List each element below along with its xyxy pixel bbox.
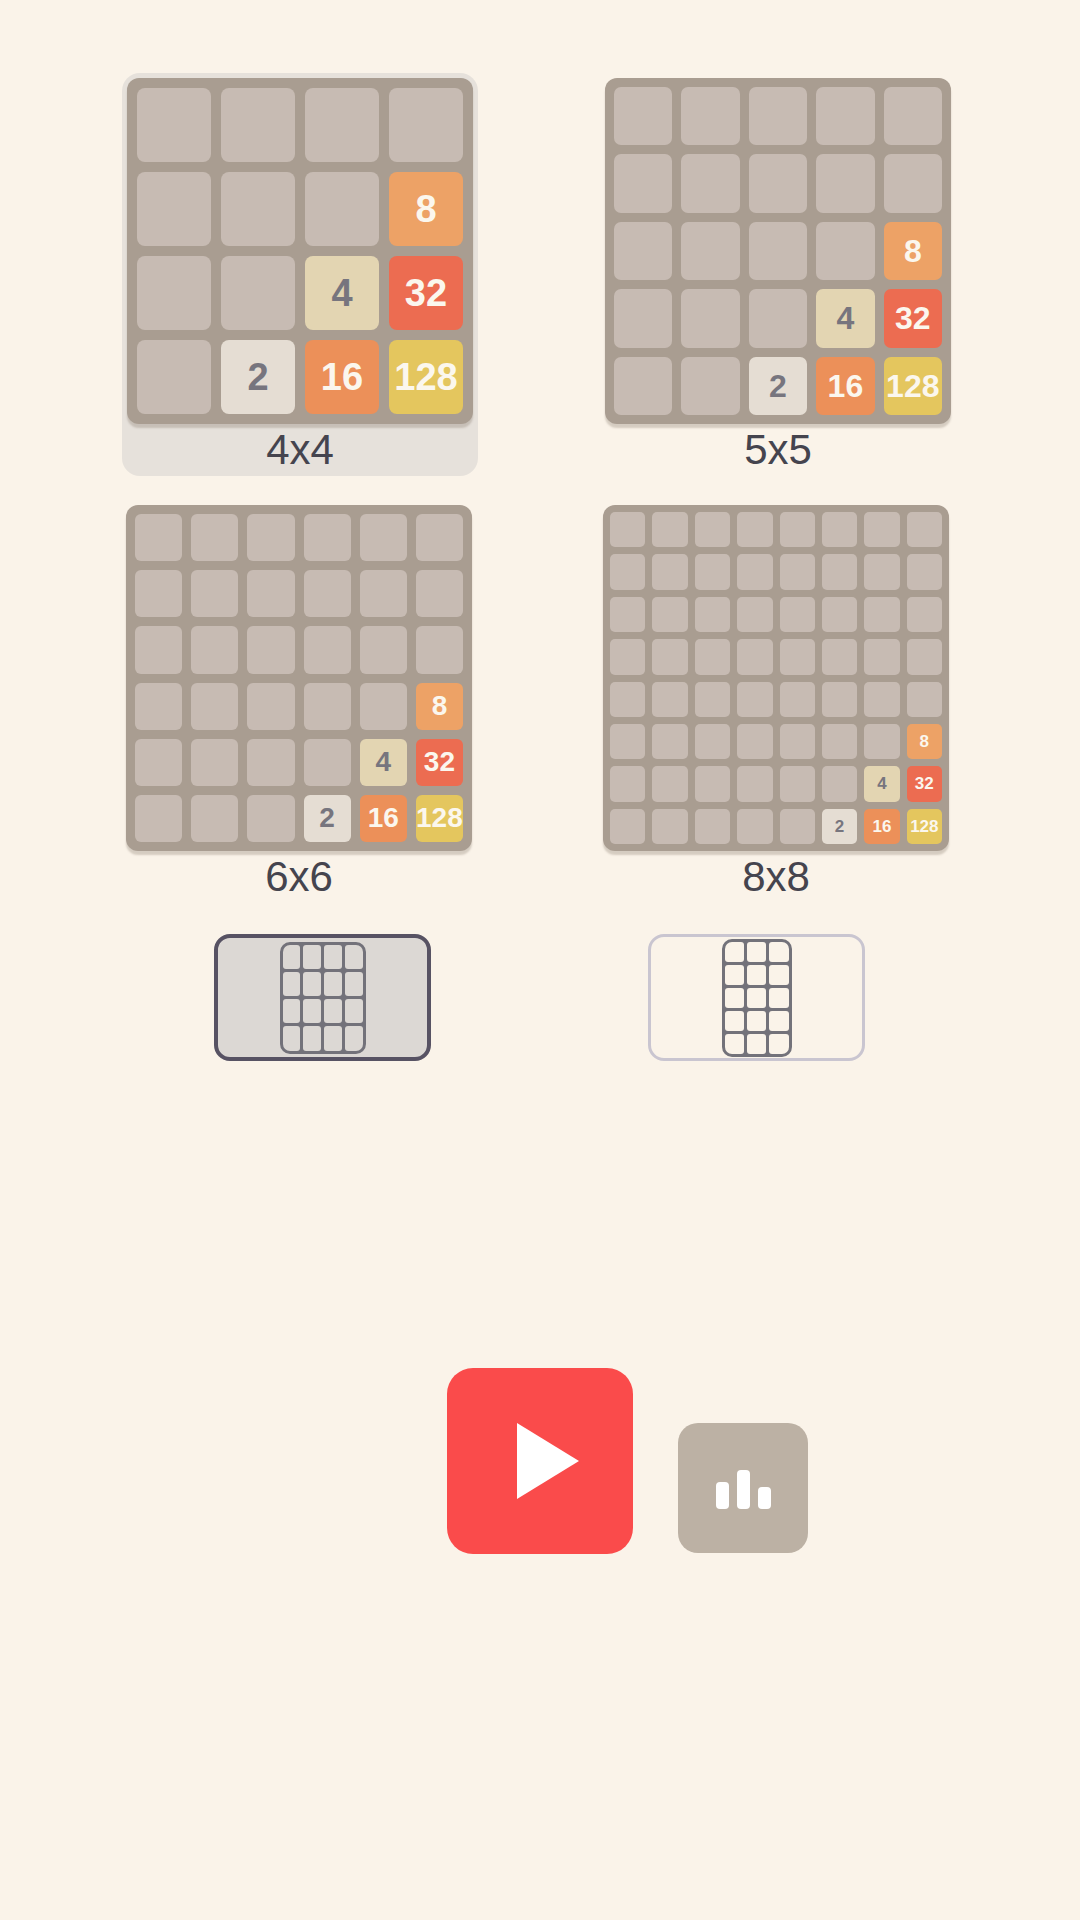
empty-cell	[614, 357, 672, 415]
empty-cell	[822, 766, 857, 801]
empty-cell	[737, 724, 772, 759]
empty-cell	[816, 154, 874, 212]
empty-cell	[695, 554, 730, 589]
grid-3x5-icon	[722, 939, 792, 1057]
bar-chart-bar	[737, 1470, 750, 1509]
tile-4: 4	[360, 739, 407, 786]
empty-cell	[884, 87, 942, 145]
grid-icon-cell	[769, 965, 788, 985]
empty-cell	[681, 87, 739, 145]
board-preview-8x8: 8432216128	[603, 505, 949, 851]
tile-16: 16	[360, 795, 407, 842]
tile-128: 128	[884, 357, 942, 415]
empty-cell	[780, 682, 815, 717]
empty-cell	[681, 222, 739, 280]
tile-32: 32	[907, 766, 942, 801]
empty-cell	[907, 512, 942, 547]
empty-cell	[864, 724, 899, 759]
empty-cell	[695, 724, 730, 759]
grid-icon-cell	[725, 965, 744, 985]
grid-icon-cell	[769, 1034, 788, 1054]
grid-icon-cell	[345, 999, 363, 1023]
empty-cell	[614, 154, 672, 212]
grid-4x4-icon	[280, 942, 366, 1054]
empty-cell	[780, 809, 815, 844]
tile-8: 8	[416, 683, 463, 730]
empty-cell	[737, 682, 772, 717]
empty-cell	[610, 682, 645, 717]
grid-icon-cell	[747, 1011, 766, 1031]
empty-cell	[780, 766, 815, 801]
size-label-8x8: 8x8	[603, 851, 949, 903]
tile-2: 2	[822, 809, 857, 844]
empty-cell	[247, 514, 294, 561]
grid-icon-cell	[303, 999, 321, 1023]
empty-cell	[737, 597, 772, 632]
tile-128: 128	[416, 795, 463, 842]
empty-cell	[304, 514, 351, 561]
empty-cell	[681, 154, 739, 212]
empty-cell	[614, 289, 672, 347]
board-option-4x4[interactable]: 8432216128 4x4	[122, 73, 478, 476]
grid-icon-cell	[303, 945, 321, 969]
grid-icon-cell	[324, 999, 342, 1023]
tile-8: 8	[907, 724, 942, 759]
empty-cell	[191, 514, 238, 561]
grid-icon-cell	[324, 972, 342, 996]
empty-cell	[305, 88, 379, 162]
empty-cell	[191, 570, 238, 617]
empty-cell	[305, 172, 379, 246]
empty-cell	[681, 289, 739, 347]
grid-icon-cell	[303, 972, 321, 996]
empty-cell	[135, 514, 182, 561]
empty-cell	[652, 724, 687, 759]
grid-icon-cell	[283, 972, 301, 996]
empty-cell	[652, 682, 687, 717]
empty-cell	[137, 340, 211, 414]
grid-icon-cell	[725, 942, 744, 962]
empty-cell	[652, 597, 687, 632]
empty-cell	[816, 87, 874, 145]
empty-cell	[737, 554, 772, 589]
grid-icon-cell	[747, 988, 766, 1008]
empty-cell	[884, 154, 942, 212]
empty-cell	[191, 795, 238, 842]
tile-4: 4	[305, 256, 379, 330]
tile-2: 2	[221, 340, 295, 414]
empty-cell	[135, 795, 182, 842]
tile-32: 32	[884, 289, 942, 347]
tile-8: 8	[389, 172, 463, 246]
empty-cell	[864, 597, 899, 632]
empty-cell	[822, 682, 857, 717]
size-label-5x5: 5x5	[605, 424, 951, 476]
empty-cell	[695, 512, 730, 547]
empty-cell	[389, 88, 463, 162]
empty-cell	[864, 512, 899, 547]
empty-cell	[907, 639, 942, 674]
empty-cell	[864, 554, 899, 589]
bar-chart-bar	[758, 1487, 771, 1509]
empty-cell	[737, 809, 772, 844]
empty-cell	[780, 512, 815, 547]
empty-cell	[135, 739, 182, 786]
empty-cell	[191, 739, 238, 786]
size-label-6x6: 6x6	[126, 851, 472, 903]
empty-cell	[360, 570, 407, 617]
empty-cell	[652, 766, 687, 801]
play-button[interactable]	[447, 1368, 633, 1554]
grid-icon-cell	[725, 1034, 744, 1054]
empty-cell	[360, 683, 407, 730]
empty-cell	[610, 724, 645, 759]
empty-cell	[822, 597, 857, 632]
tile-4: 4	[816, 289, 874, 347]
tile-32: 32	[416, 739, 463, 786]
empty-cell	[610, 597, 645, 632]
empty-cell	[652, 512, 687, 547]
empty-cell	[822, 639, 857, 674]
empty-cell	[864, 639, 899, 674]
empty-cell	[135, 683, 182, 730]
grid-icon-cell	[324, 945, 342, 969]
empty-cell	[822, 724, 857, 759]
empty-cell	[780, 597, 815, 632]
empty-cell	[614, 222, 672, 280]
empty-cell	[304, 626, 351, 673]
grid-icon-cell	[283, 945, 301, 969]
empty-cell	[780, 639, 815, 674]
tile-2: 2	[304, 795, 351, 842]
empty-cell	[416, 514, 463, 561]
empty-cell	[780, 724, 815, 759]
empty-cell	[191, 626, 238, 673]
empty-cell	[135, 570, 182, 617]
stats-button[interactable]	[678, 1423, 808, 1553]
grid-icon-cell	[725, 988, 744, 1008]
empty-cell	[247, 570, 294, 617]
board-option-6x6[interactable]: 8432216128 6x6	[121, 500, 477, 903]
empty-cell	[610, 639, 645, 674]
grid-icon-cell	[747, 942, 766, 962]
size-label-4x4: 4x4	[127, 424, 473, 476]
grid-icon-cell	[345, 945, 363, 969]
board-preview-5x5: 8432216128	[605, 78, 951, 424]
board-preview-6x6: 8432216128	[126, 505, 472, 851]
empty-cell	[907, 597, 942, 632]
empty-cell	[360, 514, 407, 561]
empty-cell	[864, 682, 899, 717]
empty-cell	[737, 512, 772, 547]
grid-icon-cell	[345, 1026, 363, 1050]
empty-cell	[652, 554, 687, 589]
empty-cell	[737, 639, 772, 674]
empty-cell	[610, 512, 645, 547]
empty-cell	[610, 554, 645, 589]
empty-cell	[822, 512, 857, 547]
empty-cell	[416, 626, 463, 673]
empty-cell	[221, 88, 295, 162]
grid-icon-cell	[769, 1011, 788, 1031]
board-option-8x8[interactable]: 8432216128 8x8	[598, 500, 954, 903]
empty-cell	[749, 289, 807, 347]
grid-icon-cell	[769, 988, 788, 1008]
tile-128: 128	[389, 340, 463, 414]
empty-cell	[304, 683, 351, 730]
empty-cell	[416, 570, 463, 617]
empty-cell	[135, 626, 182, 673]
empty-cell	[652, 639, 687, 674]
grid-icon-cell	[769, 942, 788, 962]
empty-cell	[304, 570, 351, 617]
grid-icon-cell	[725, 1011, 744, 1031]
tile-4: 4	[864, 766, 899, 801]
empty-cell	[137, 256, 211, 330]
tile-2: 2	[749, 357, 807, 415]
grid-icon-cell	[283, 999, 301, 1023]
grid-icon-cell	[345, 972, 363, 996]
empty-cell	[247, 795, 294, 842]
play-icon	[517, 1423, 579, 1499]
tile-8: 8	[884, 222, 942, 280]
empty-cell	[695, 766, 730, 801]
empty-cell	[907, 554, 942, 589]
empty-cell	[221, 256, 295, 330]
empty-cell	[360, 626, 407, 673]
size-select-screen: 8432216128 4x4 8432216128 5x5 8432216128…	[0, 0, 1080, 1920]
empty-cell	[695, 809, 730, 844]
empty-cell	[695, 682, 730, 717]
empty-cell	[304, 739, 351, 786]
grid-icon-cell	[324, 1026, 342, 1050]
empty-cell	[822, 554, 857, 589]
bar-chart-bar	[716, 1482, 729, 1509]
board-option-5x5[interactable]: 8432216128 5x5	[600, 73, 956, 476]
empty-cell	[749, 87, 807, 145]
empty-cell	[610, 809, 645, 844]
bar-chart-icon	[716, 1467, 771, 1509]
orientation-square-button[interactable]	[214, 934, 431, 1061]
empty-cell	[816, 222, 874, 280]
empty-cell	[749, 222, 807, 280]
grid-icon-cell	[303, 1026, 321, 1050]
orientation-portrait-button[interactable]	[648, 934, 865, 1061]
empty-cell	[247, 739, 294, 786]
empty-cell	[614, 87, 672, 145]
empty-cell	[749, 154, 807, 212]
empty-cell	[247, 626, 294, 673]
empty-cell	[247, 683, 294, 730]
empty-cell	[610, 766, 645, 801]
tile-16: 16	[305, 340, 379, 414]
empty-cell	[137, 172, 211, 246]
empty-cell	[652, 809, 687, 844]
tile-16: 16	[864, 809, 899, 844]
empty-cell	[695, 597, 730, 632]
empty-cell	[191, 683, 238, 730]
empty-cell	[221, 172, 295, 246]
grid-icon-cell	[747, 1034, 766, 1054]
board-preview-4x4: 8432216128	[127, 78, 473, 424]
empty-cell	[780, 554, 815, 589]
tile-16: 16	[816, 357, 874, 415]
empty-cell	[907, 682, 942, 717]
grid-icon-cell	[283, 1026, 301, 1050]
empty-cell	[695, 639, 730, 674]
empty-cell	[737, 766, 772, 801]
tile-32: 32	[389, 256, 463, 330]
tile-128: 128	[907, 809, 942, 844]
empty-cell	[681, 357, 739, 415]
grid-icon-cell	[747, 965, 766, 985]
empty-cell	[137, 88, 211, 162]
